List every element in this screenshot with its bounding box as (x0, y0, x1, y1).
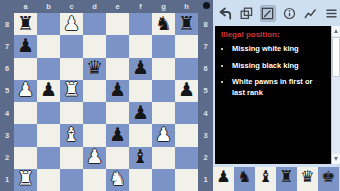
tray-piece-black-pawn[interactable]: ♟ (216, 169, 230, 185)
square-e4[interactable] (106, 102, 129, 124)
rank-label-right-7: 7 (198, 35, 213, 57)
tray-square[interactable]: ♚ (318, 167, 339, 191)
square-b4[interactable] (37, 102, 60, 124)
tray-square[interactable]: ♝ (255, 167, 276, 191)
piece-black-queen[interactable]: ♛ (86, 58, 103, 77)
tray-square[interactable]: ♟ (213, 167, 234, 191)
square-c3[interactable]: ♝ (60, 124, 83, 146)
corner-dot-icon (203, 2, 210, 9)
piece-black-pawn[interactable]: ♟ (178, 80, 195, 99)
square-f5[interactable] (129, 80, 152, 102)
square-f6[interactable]: ♟ (129, 58, 152, 80)
issue-item: Missing white king (232, 44, 326, 55)
square-d8[interactable] (83, 13, 106, 35)
tray-square[interactable]: ♜ (276, 167, 297, 191)
square-h5[interactable]: ♟ (175, 80, 198, 102)
piece-white-pawn[interactable]: ♟ (17, 80, 34, 99)
square-h3[interactable] (175, 124, 198, 146)
rank-label-right-8: 8 (198, 13, 213, 35)
square-d3[interactable] (83, 124, 106, 146)
back-icon (218, 7, 232, 20)
tray-piece-black-queen[interactable]: ♛ (300, 169, 314, 185)
file-label-b: b (37, 0, 60, 13)
square-c5[interactable]: ♜ (60, 80, 83, 102)
rank-label-right-4: 4 (198, 102, 213, 124)
square-b1[interactable] (37, 169, 60, 191)
scroll-down-button[interactable] (332, 154, 340, 164)
square-c2[interactable] (60, 147, 83, 169)
square-f4[interactable]: ♟ (129, 102, 152, 124)
square-a7[interactable]: ♟ (14, 35, 37, 57)
square-g8[interactable]: ♞ (152, 13, 175, 35)
square-f2[interactable]: ♝ (129, 147, 152, 169)
file-label-a: a (14, 0, 37, 13)
square-g5[interactable] (152, 80, 175, 102)
square-c7[interactable] (60, 35, 83, 57)
file-label-f: f (129, 0, 152, 13)
piece-white-pawn[interactable]: ♟ (86, 147, 103, 166)
square-b2[interactable] (37, 147, 60, 169)
square-a1[interactable]: ♜ (14, 169, 37, 191)
piece-white-pawn[interactable]: ♟ (155, 125, 172, 144)
square-b7[interactable] (37, 35, 60, 57)
square-g3[interactable]: ♟ (152, 124, 175, 146)
issue-panel-title: Illegal position: (221, 30, 326, 39)
square-g2[interactable] (152, 147, 175, 169)
menu-icon (325, 7, 338, 20)
panel-scrollbar[interactable] (331, 26, 340, 164)
square-e7[interactable] (106, 35, 129, 57)
triangle-up-icon (334, 29, 338, 33)
square-f7[interactable] (129, 35, 152, 57)
piece-white-rook[interactable]: ♜ (17, 169, 34, 188)
piece-white-bishop[interactable]: ♝ (63, 125, 80, 144)
edit-button[interactable] (260, 5, 276, 22)
square-a4[interactable] (14, 102, 37, 124)
file-label-e: e (106, 0, 129, 13)
square-f1[interactable] (129, 169, 152, 191)
tray-square[interactable]: ♛ (297, 167, 318, 191)
square-g6[interactable] (152, 58, 175, 80)
square-f8[interactable] (129, 13, 152, 35)
square-e1[interactable]: ♞ (106, 169, 129, 191)
rank-label-right-1: 1 (198, 169, 213, 191)
rank-label-right-6: 6 (198, 58, 213, 80)
square-g7[interactable] (152, 35, 175, 57)
chart-icon (304, 7, 317, 20)
square-h8[interactable]: ♜ (175, 13, 198, 35)
square-g1[interactable] (152, 169, 175, 191)
square-h2[interactable] (175, 147, 198, 169)
square-b6[interactable] (37, 58, 60, 80)
file-label-d: d (83, 0, 106, 13)
tray-piece-black-rook[interactable]: ♜ (279, 169, 293, 185)
square-a6[interactable] (14, 58, 37, 80)
square-h6[interactable] (175, 58, 198, 80)
piece-tray: ♟♞♝♜♛♚ (213, 167, 339, 191)
triangle-down-icon (334, 157, 338, 161)
toolbar (213, 0, 340, 26)
rank-label-right-3: 3 (198, 124, 213, 146)
square-a5[interactable]: ♟ (14, 80, 37, 102)
square-a8[interactable]: ♜ (14, 13, 37, 35)
file-label-g: g (152, 0, 175, 13)
square-h4[interactable] (175, 102, 198, 124)
back-button[interactable] (217, 5, 233, 22)
tray-piece-black-king[interactable]: ♚ (321, 169, 335, 185)
square-f3[interactable] (129, 124, 152, 146)
tray-piece-black-knight[interactable]: ♞ (237, 169, 251, 185)
piece-black-pawn[interactable]: ♟ (17, 36, 34, 55)
rank-label-left-2: 2 (0, 147, 14, 169)
board-editor-app: abcdefgh8♜♟♞♜87♟76♛♟65♟♟♜♟♟54♟43♝♟♟32♟♝2… (0, 0, 340, 191)
square-c4[interactable] (60, 102, 83, 124)
issue-item: Missing black king (232, 61, 326, 72)
rank-label-left-6: 6 (0, 58, 14, 80)
square-e5[interactable]: ♟ (106, 80, 129, 102)
square-b8[interactable] (37, 13, 60, 35)
scroll-up-button[interactable] (332, 26, 340, 36)
boards-icon (240, 7, 253, 20)
piece-white-knight[interactable]: ♞ (109, 169, 126, 188)
square-e6[interactable] (106, 58, 129, 80)
square-e2[interactable] (106, 147, 129, 169)
square-b5[interactable]: ♟ (37, 80, 60, 102)
square-b3[interactable] (37, 124, 60, 146)
board-corner-right (198, 0, 213, 13)
piece-black-pawn[interactable]: ♟ (109, 80, 126, 99)
scrollbar-thumb[interactable] (332, 37, 340, 77)
square-d1[interactable] (83, 169, 106, 191)
piece-white-rook[interactable]: ♜ (63, 80, 80, 99)
rank-label-left-5: 5 (0, 80, 14, 102)
piece-black-bishop[interactable]: ♝ (132, 147, 149, 166)
info-icon (283, 7, 296, 20)
file-label-h: h (175, 0, 198, 13)
boards-button[interactable] (238, 5, 254, 22)
square-d2[interactable]: ♟ (83, 147, 106, 169)
rank-label-right-5: 5 (198, 80, 213, 102)
piece-black-pawn[interactable]: ♟ (132, 103, 149, 122)
rank-label-left-3: 3 (0, 124, 14, 146)
rank-label-left-4: 4 (0, 102, 14, 124)
tray-square[interactable]: ♞ (234, 167, 255, 191)
issue-item: White pawns in first or last rank (232, 77, 326, 98)
square-h7[interactable] (175, 35, 198, 57)
rank-label-left-8: 8 (0, 13, 14, 35)
square-g4[interactable] (152, 102, 175, 124)
piece-black-rook[interactable]: ♜ (178, 14, 195, 33)
info-button[interactable] (281, 5, 297, 22)
square-d4[interactable] (83, 102, 106, 124)
file-label-c: c (60, 0, 83, 13)
piece-black-knight[interactable]: ♞ (155, 14, 172, 33)
piece-black-rook[interactable]: ♜ (17, 14, 34, 33)
rank-label-left-7: 7 (0, 35, 14, 57)
issue-panel: Illegal position: Missing white kingMiss… (215, 26, 331, 164)
board: abcdefgh8♜♟♞♜87♟76♛♟65♟♟♜♟♟54♟43♝♟♟32♟♝2… (0, 0, 213, 191)
tray-piece-black-bishop[interactable]: ♝ (258, 169, 272, 185)
square-d5[interactable] (83, 80, 106, 102)
menu-button[interactable] (324, 5, 340, 22)
piece-black-pawn[interactable]: ♟ (40, 80, 57, 99)
square-a3[interactable] (14, 124, 37, 146)
chart-button[interactable] (302, 5, 318, 22)
rank-label-right-2: 2 (198, 147, 213, 169)
square-c6[interactable] (60, 58, 83, 80)
piece-white-pawn[interactable]: ♟ (63, 14, 80, 33)
square-d6[interactable]: ♛ (83, 58, 106, 80)
issue-list: Missing white kingMissing black kingWhit… (221, 44, 326, 98)
square-d7[interactable] (83, 35, 106, 57)
square-e8[interactable] (106, 13, 129, 35)
square-e3[interactable]: ♟ (106, 124, 129, 146)
piece-black-pawn[interactable]: ♟ (132, 58, 149, 77)
square-a2[interactable] (14, 147, 37, 169)
square-c1[interactable] (60, 169, 83, 191)
rank-label-left-1: 1 (0, 169, 14, 191)
board-corner-left (0, 0, 14, 13)
square-h1[interactable] (175, 169, 198, 191)
square-c8[interactable]: ♟ (60, 13, 83, 35)
edit-icon (261, 7, 274, 20)
piece-black-pawn[interactable]: ♟ (109, 125, 126, 144)
